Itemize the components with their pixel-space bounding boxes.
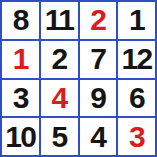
cell-r1c3[interactable]: 2 bbox=[80, 2, 117, 39]
cell-r1c1[interactable]: 8 bbox=[2, 2, 39, 39]
cell-r4c2[interactable]: 5 bbox=[41, 118, 78, 155]
cell-r4c1[interactable]: 10 bbox=[2, 118, 39, 155]
cell-r4c4[interactable]: 3 bbox=[118, 118, 155, 155]
cell-r2c2[interactable]: 2 bbox=[41, 41, 78, 78]
number-grid-board: 8 11 2 1 1 2 7 12 3 4 9 6 10 5 4 3 bbox=[0, 0, 157, 157]
cell-r1c4[interactable]: 1 bbox=[118, 2, 155, 39]
cell-r3c4[interactable]: 6 bbox=[118, 80, 155, 117]
cell-r3c2[interactable]: 4 bbox=[41, 80, 78, 117]
cell-r1c2[interactable]: 11 bbox=[41, 2, 78, 39]
cell-r4c3[interactable]: 4 bbox=[80, 118, 117, 155]
cell-r3c3[interactable]: 9 bbox=[80, 80, 117, 117]
cell-r2c4[interactable]: 12 bbox=[118, 41, 155, 78]
cell-r2c1[interactable]: 1 bbox=[2, 41, 39, 78]
cell-r3c1[interactable]: 3 bbox=[2, 80, 39, 117]
cell-r2c3[interactable]: 7 bbox=[80, 41, 117, 78]
